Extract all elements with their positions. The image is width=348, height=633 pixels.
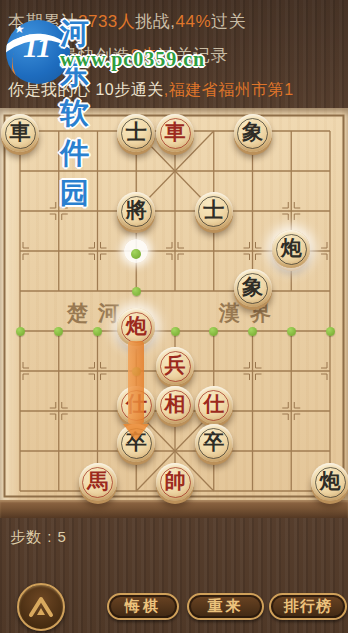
move-target-dot[interactable] (93, 327, 102, 336)
xiangqi-game-screen: 本期累计2733人挑战,44%过关 赵根平最快创造8步过关记录 你是我的心 10… (0, 0, 348, 633)
piece-black-cannon[interactable]: 炮 (272, 230, 310, 268)
piece-red-soldier[interactable]: 兵 (156, 347, 194, 385)
piece-black-elephant[interactable]: 象 (234, 114, 272, 152)
move-target-dot[interactable] (171, 327, 180, 336)
move-target-dot[interactable] (248, 327, 257, 336)
tap-highlight-marker (124, 239, 148, 263)
move-target-dot[interactable] (326, 327, 335, 336)
piece-black-advisor[interactable]: 士 (195, 192, 233, 230)
hint-arrow-beam (128, 341, 144, 424)
move-target-dot[interactable] (287, 327, 296, 336)
move-target-dot[interactable] (54, 327, 63, 336)
move-target-dot[interactable] (16, 327, 25, 336)
move-target-dot[interactable] (209, 327, 218, 336)
piece-black-advisor[interactable]: 士 (117, 114, 155, 152)
move-target-dot[interactable] (132, 287, 141, 296)
piece-black-elephant[interactable]: 象 (234, 269, 272, 307)
piece-black-general[interactable]: 將 (117, 192, 155, 230)
piece-black-cannon[interactable]: 炮 (311, 463, 348, 501)
piece-red-general[interactable]: 帥 (156, 463, 194, 501)
piece-red-chariot[interactable]: 車 (156, 114, 194, 152)
hint-arrow-head (123, 424, 149, 441)
piece-red-advisor[interactable]: 仕 (195, 386, 233, 424)
board-pieces-layer: 車士車象將士炮象炮兵仕相仕卒卒馬帥炮 (0, 0, 348, 633)
piece-red-elephant[interactable]: 相 (156, 386, 194, 424)
piece-black-chariot[interactable]: 車 (1, 114, 39, 152)
piece-red-horse[interactable]: 馬 (79, 463, 117, 501)
piece-black-soldier[interactable]: 卒 (195, 424, 233, 462)
